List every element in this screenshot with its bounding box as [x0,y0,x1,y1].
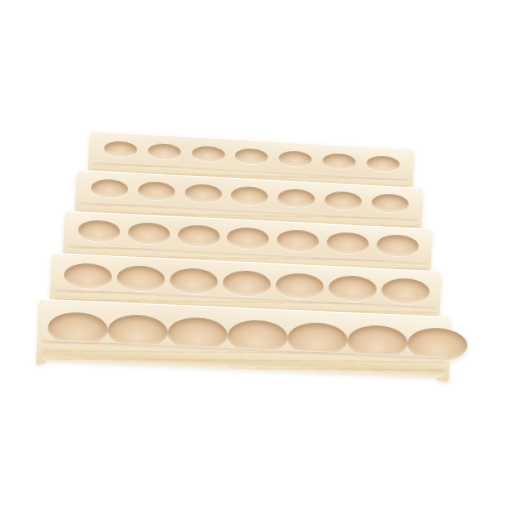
hole-r3c6 [326,232,369,255]
hole-r4c6 [328,275,377,302]
hole-r2c5 [278,188,316,208]
hole-r4c2 [116,265,165,292]
hole-r1c3 [191,145,225,162]
hole-r4c4 [222,270,271,297]
hole-r1c4 [235,147,269,164]
hole-r1c7 [366,155,400,172]
hole-r4c3 [169,267,218,294]
hole-r1c2 [148,143,182,160]
hole-r1c1 [104,140,138,157]
hole-r2c3 [184,183,222,203]
hole-r3c2 [127,222,170,245]
hole-r2c4 [231,185,269,205]
wooden-display-rack [0,0,512,512]
hole-r2c1 [91,178,129,198]
hole-r2c2 [137,180,175,200]
hole-r3c3 [177,224,220,247]
hole-r2c6 [325,190,363,210]
hole-r2c7 [371,193,409,213]
hole-r4c1 [63,262,112,289]
hole-r3c4 [227,227,270,250]
hole-r3c1 [77,219,120,242]
hole-r3c5 [277,229,320,252]
hole-r4c5 [275,272,324,299]
hole-r4c7 [381,277,430,304]
product-photo-scene [0,0,512,512]
hole-r1c5 [279,150,313,167]
hole-r1c6 [322,152,356,169]
hole-r3c7 [376,234,419,257]
